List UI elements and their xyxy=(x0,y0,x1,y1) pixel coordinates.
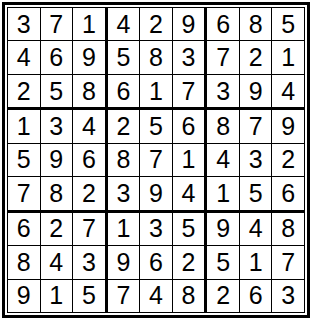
sudoku-cell[interactable]: 4 xyxy=(140,280,172,312)
sudoku-box: 134596782 xyxy=(8,110,105,209)
sudoku-cell[interactable]: 9 xyxy=(108,246,140,278)
sudoku-cell[interactable]: 2 xyxy=(240,41,272,73)
sudoku-cell[interactable]: 6 xyxy=(140,246,172,278)
sudoku-cell[interactable]: 6 xyxy=(272,177,304,209)
sudoku-cell[interactable]: 8 xyxy=(8,246,40,278)
sudoku-box: 371469258 xyxy=(8,8,105,107)
sudoku-cell[interactable]: 7 xyxy=(73,213,105,245)
sudoku-cell[interactable]: 4 xyxy=(73,110,105,142)
sudoku-cell[interactable]: 7 xyxy=(272,246,304,278)
sudoku-cell[interactable]: 3 xyxy=(41,110,73,142)
sudoku-box: 685721394 xyxy=(207,8,304,107)
sudoku-cell[interactable]: 4 xyxy=(207,144,239,176)
sudoku-cell[interactable]: 2 xyxy=(272,144,304,176)
sudoku-box: 948517263 xyxy=(207,213,304,312)
sudoku-cell[interactable]: 5 xyxy=(272,8,304,40)
sudoku-board: 371469258 429583617 685721394 134596782 … xyxy=(2,2,310,318)
sudoku-cell[interactable]: 6 xyxy=(108,75,140,107)
sudoku-cell[interactable]: 1 xyxy=(41,280,73,312)
sudoku-cell[interactable]: 8 xyxy=(140,41,172,73)
sudoku-cell[interactable]: 4 xyxy=(240,213,272,245)
sudoku-cell[interactable]: 4 xyxy=(41,246,73,278)
sudoku-cell[interactable]: 2 xyxy=(73,177,105,209)
sudoku-cell[interactable]: 9 xyxy=(272,110,304,142)
sudoku-cell[interactable]: 7 xyxy=(173,75,205,107)
sudoku-cell[interactable]: 6 xyxy=(41,41,73,73)
sudoku-cell[interactable]: 6 xyxy=(73,144,105,176)
sudoku-cell[interactable]: 9 xyxy=(41,144,73,176)
sudoku-cell[interactable]: 2 xyxy=(108,110,140,142)
sudoku-cell[interactable]: 8 xyxy=(108,144,140,176)
sudoku-cell[interactable]: 6 xyxy=(8,213,40,245)
sudoku-cell[interactable]: 7 xyxy=(108,280,140,312)
sudoku-cell[interactable]: 8 xyxy=(272,213,304,245)
sudoku-cell[interactable]: 7 xyxy=(207,41,239,73)
sudoku-box: 256871394 xyxy=(108,110,205,209)
sudoku-cell[interactable]: 5 xyxy=(8,144,40,176)
sudoku-cell[interactable]: 8 xyxy=(73,75,105,107)
sudoku-box: 135962748 xyxy=(108,213,205,312)
sudoku-cell[interactable]: 1 xyxy=(272,41,304,73)
sudoku-cell[interactable]: 8 xyxy=(41,177,73,209)
sudoku-cell[interactable]: 9 xyxy=(173,8,205,40)
sudoku-cell[interactable]: 1 xyxy=(240,246,272,278)
sudoku-cell[interactable]: 3 xyxy=(73,246,105,278)
sudoku-cell[interactable]: 1 xyxy=(140,75,172,107)
sudoku-cell[interactable]: 5 xyxy=(173,213,205,245)
sudoku-box: 627843915 xyxy=(8,213,105,312)
sudoku-cell[interactable]: 1 xyxy=(73,8,105,40)
sudoku-cell[interactable]: 5 xyxy=(207,246,239,278)
sudoku-cell[interactable]: 3 xyxy=(240,144,272,176)
sudoku-cell[interactable]: 7 xyxy=(240,110,272,142)
sudoku-cell[interactable]: 8 xyxy=(207,110,239,142)
sudoku-cell[interactable]: 4 xyxy=(272,75,304,107)
sudoku-cell[interactable]: 9 xyxy=(207,213,239,245)
sudoku-cell[interactable]: 4 xyxy=(173,177,205,209)
sudoku-cell[interactable]: 2 xyxy=(207,280,239,312)
sudoku-cell[interactable]: 1 xyxy=(207,177,239,209)
sudoku-cell[interactable]: 1 xyxy=(8,110,40,142)
sudoku-cell[interactable]: 3 xyxy=(207,75,239,107)
sudoku-cell[interactable]: 5 xyxy=(140,110,172,142)
sudoku-cell[interactable]: 8 xyxy=(173,280,205,312)
sudoku-cell[interactable]: 3 xyxy=(173,41,205,73)
sudoku-box: 879432156 xyxy=(207,110,304,209)
sudoku-cell[interactable]: 2 xyxy=(8,75,40,107)
sudoku-cell[interactable]: 3 xyxy=(140,213,172,245)
sudoku-cell[interactable]: 5 xyxy=(108,41,140,73)
sudoku-box: 429583617 xyxy=(108,8,205,107)
sudoku-cell[interactable]: 9 xyxy=(140,177,172,209)
sudoku-cell[interactable]: 7 xyxy=(8,177,40,209)
sudoku-cell[interactable]: 9 xyxy=(73,41,105,73)
sudoku-cell[interactable]: 7 xyxy=(41,8,73,40)
sudoku-cell[interactable]: 3 xyxy=(108,177,140,209)
sudoku-cell[interactable]: 5 xyxy=(73,280,105,312)
sudoku-cell[interactable]: 2 xyxy=(41,213,73,245)
sudoku-cell[interactable]: 3 xyxy=(8,8,40,40)
sudoku-cell[interactable]: 2 xyxy=(173,246,205,278)
sudoku-cell[interactable]: 4 xyxy=(8,41,40,73)
sudoku-cell[interactable]: 9 xyxy=(8,280,40,312)
sudoku-cell[interactable]: 6 xyxy=(240,280,272,312)
sudoku-cell[interactable]: 5 xyxy=(41,75,73,107)
sudoku-cell[interactable]: 2 xyxy=(140,8,172,40)
sudoku-cell[interactable]: 1 xyxy=(173,144,205,176)
sudoku-cell[interactable]: 9 xyxy=(240,75,272,107)
sudoku-cell[interactable]: 4 xyxy=(108,8,140,40)
sudoku-cell[interactable]: 6 xyxy=(207,8,239,40)
sudoku-cell[interactable]: 7 xyxy=(140,144,172,176)
sudoku-cell[interactable]: 3 xyxy=(272,280,304,312)
sudoku-grid: 371469258 429583617 685721394 134596782 … xyxy=(7,7,305,313)
sudoku-cell[interactable]: 1 xyxy=(108,213,140,245)
sudoku-cell[interactable]: 8 xyxy=(240,8,272,40)
sudoku-cell[interactable]: 5 xyxy=(240,177,272,209)
sudoku-cell[interactable]: 6 xyxy=(173,110,205,142)
